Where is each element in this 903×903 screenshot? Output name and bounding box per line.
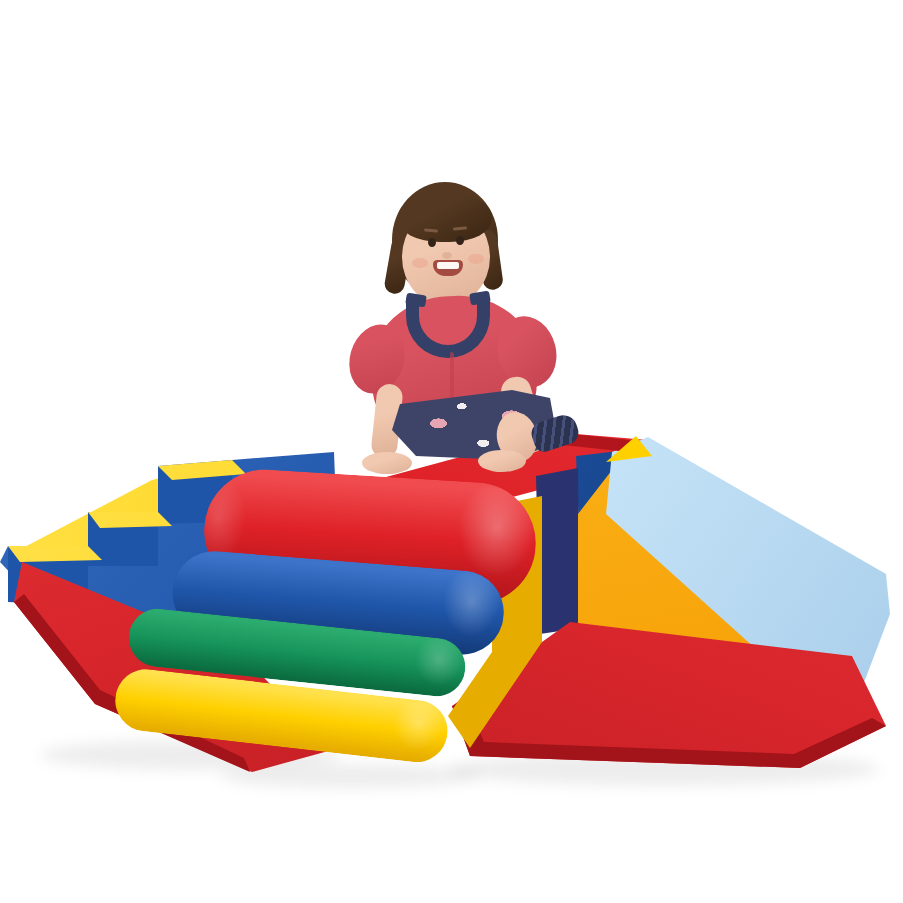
child-cheek-left bbox=[412, 258, 428, 268]
child-teeth bbox=[437, 262, 459, 269]
product-photo-stage: Toddler girl in a red top with navy coll… bbox=[0, 0, 903, 903]
child-cheek-right bbox=[468, 254, 484, 264]
child-eye-right bbox=[456, 236, 464, 245]
scene-description: Toddler girl in a red top with navy coll… bbox=[0, 0, 1, 1]
child-hand-left bbox=[362, 452, 412, 474]
child-nose bbox=[442, 252, 452, 259]
child-fringe bbox=[398, 192, 492, 242]
child-eye-left bbox=[428, 238, 436, 247]
child-hand-right bbox=[478, 450, 526, 472]
